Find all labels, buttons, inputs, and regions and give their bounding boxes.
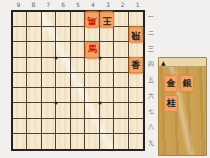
board-cell[interactable] <box>42 134 56 149</box>
board-cell[interactable] <box>27 73 41 88</box>
board-cell[interactable] <box>42 73 56 88</box>
board-cell[interactable] <box>56 12 70 27</box>
board-cell[interactable] <box>42 103 56 118</box>
rank-label: 三 <box>147 41 155 57</box>
board-cell[interactable] <box>13 42 27 57</box>
rank-coordinates: 一二三四五六七八九 <box>147 10 155 151</box>
file-label: 1 <box>130 1 145 9</box>
board-cell[interactable] <box>114 134 128 149</box>
board-cell[interactable] <box>85 119 99 134</box>
komadai-header: ▲ <box>159 58 206 67</box>
board-cell[interactable] <box>85 134 99 149</box>
board-cell[interactable] <box>100 58 114 73</box>
board-cell[interactable] <box>13 103 27 118</box>
board-piece-1四[interactable]: 香 <box>129 58 143 74</box>
board-cell[interactable] <box>13 58 27 73</box>
board-cell[interactable] <box>71 88 85 103</box>
star-point <box>55 102 58 105</box>
board-piece-4一[interactable]: 馬 <box>85 12 99 28</box>
board-cell[interactable] <box>13 88 27 103</box>
komadai-sente: ▲ 金銀桂 <box>158 57 207 156</box>
file-label: 2 <box>115 1 130 9</box>
board-cell[interactable] <box>71 134 85 149</box>
board-piece-4三[interactable]: 馬 <box>85 42 99 58</box>
board-cell[interactable] <box>56 103 70 118</box>
board-cell[interactable] <box>42 42 56 57</box>
board-cell[interactable] <box>100 88 114 103</box>
board-cell[interactable] <box>42 119 56 134</box>
board-cell[interactable] <box>129 73 143 88</box>
rank-label: 一 <box>147 10 155 26</box>
board-cell[interactable] <box>100 134 114 149</box>
hand-piece-2[interactable]: 銀 <box>180 75 194 92</box>
board-cell[interactable] <box>42 58 56 73</box>
board-piece-1二[interactable]: 飛 <box>129 27 143 43</box>
board-cell[interactable] <box>13 27 27 42</box>
file-label: 4 <box>85 1 100 9</box>
file-label: 8 <box>26 1 41 9</box>
board-cell[interactable] <box>100 73 114 88</box>
board-cell[interactable] <box>42 12 56 27</box>
board-cell[interactable] <box>71 119 85 134</box>
board-cell[interactable] <box>27 27 41 42</box>
rank-label: 四 <box>147 57 155 73</box>
board-cell[interactable] <box>85 88 99 103</box>
board-cell[interactable] <box>27 12 41 27</box>
rank-label: 二 <box>147 26 155 42</box>
board-cell[interactable] <box>27 42 41 57</box>
sente-marker-icon: ▲ <box>161 59 166 66</box>
board-cell[interactable] <box>27 119 41 134</box>
board-cell[interactable] <box>100 103 114 118</box>
board-cell[interactable] <box>56 42 70 57</box>
board-cell[interactable] <box>85 58 99 73</box>
board-cell[interactable] <box>71 73 85 88</box>
board-cell[interactable] <box>13 134 27 149</box>
board-piece-3一[interactable]: 王 <box>100 12 114 28</box>
board-cell[interactable] <box>56 88 70 103</box>
file-label: 5 <box>71 1 86 9</box>
rank-label: 八 <box>147 120 155 136</box>
board-cell[interactable] <box>42 88 56 103</box>
board-cell[interactable] <box>100 119 114 134</box>
shogi-diagram: 987654321 馬王飛馬香 一二三四五六七八九 ▲ 金銀桂 <box>0 0 210 158</box>
board-cell[interactable] <box>85 27 99 42</box>
file-label: 9 <box>11 1 26 9</box>
file-label: 6 <box>56 1 71 9</box>
file-label: 7 <box>41 1 56 9</box>
board-cell[interactable] <box>27 134 41 149</box>
board-cell[interactable] <box>56 73 70 88</box>
board-cell[interactable] <box>114 119 128 134</box>
board-cell[interactable] <box>129 134 143 149</box>
hand-piece-3[interactable]: 桂 <box>164 95 178 112</box>
star-point <box>55 56 58 59</box>
board-cell[interactable] <box>114 42 128 57</box>
board-cell[interactable] <box>56 58 70 73</box>
board-cell[interactable] <box>100 27 114 42</box>
board-cell[interactable] <box>27 103 41 118</box>
board-grid <box>13 12 143 149</box>
board-cell[interactable] <box>114 12 128 27</box>
board-cell[interactable] <box>129 12 143 27</box>
shogi-board: 馬王飛馬香 <box>11 10 145 151</box>
board-cell[interactable] <box>27 58 41 73</box>
file-label: 3 <box>100 1 115 9</box>
board-cell[interactable] <box>13 119 27 134</box>
board-cell[interactable] <box>13 73 27 88</box>
hand-piece-1[interactable]: 金 <box>164 75 178 92</box>
rank-label: 七 <box>147 104 155 120</box>
board-cell[interactable] <box>129 119 143 134</box>
board-cell[interactable] <box>85 103 99 118</box>
board-cell[interactable] <box>114 27 128 42</box>
board-cell[interactable] <box>71 103 85 118</box>
board-cell[interactable] <box>42 27 56 42</box>
board-cell[interactable] <box>71 58 85 73</box>
board-cell[interactable] <box>114 103 128 118</box>
board-cell[interactable] <box>129 88 143 103</box>
board-cell[interactable] <box>56 119 70 134</box>
board-cell[interactable] <box>27 88 41 103</box>
board-cell[interactable] <box>129 42 143 57</box>
board-cell[interactable] <box>56 134 70 149</box>
board-cell[interactable] <box>71 27 85 42</box>
file-coordinates: 987654321 <box>11 1 145 9</box>
board-cell[interactable] <box>100 42 114 57</box>
board-cell[interactable] <box>85 73 99 88</box>
board-cell[interactable] <box>114 88 128 103</box>
board-cell[interactable] <box>56 27 70 42</box>
board-cell[interactable] <box>13 12 27 27</box>
board-cell[interactable] <box>114 58 128 73</box>
board-cell[interactable] <box>71 12 85 27</box>
board-cell[interactable] <box>129 103 143 118</box>
board-cell[interactable] <box>71 42 85 57</box>
star-point <box>98 102 101 105</box>
rank-label: 五 <box>147 73 155 89</box>
rank-label: 六 <box>147 88 155 104</box>
board-cell[interactable] <box>114 73 128 88</box>
rank-label: 九 <box>147 135 155 151</box>
